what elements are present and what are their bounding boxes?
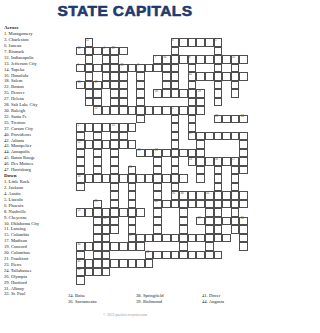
grid-cell[interactable]: [85, 98, 94, 107]
grid-cell[interactable]: [171, 234, 180, 243]
grid-cell[interactable]: [145, 259, 154, 268]
grid-cell[interactable]: [102, 225, 111, 234]
grid-cell[interactable]: [102, 106, 111, 115]
grid-cell[interactable]: [214, 200, 223, 209]
grid-cell[interactable]: [110, 166, 119, 175]
grid-cell[interactable]: 16: [153, 89, 162, 98]
grid-cell[interactable]: [179, 242, 188, 251]
grid-cell[interactable]: [179, 234, 188, 243]
grid-cell[interactable]: 45: [76, 259, 85, 268]
grid-cell[interactable]: [128, 208, 137, 217]
grid-cell[interactable]: [196, 174, 205, 183]
grid-cell[interactable]: [153, 157, 162, 166]
grid-cell[interactable]: [205, 217, 214, 226]
grid-cell[interactable]: [188, 115, 197, 124]
grid-cell[interactable]: [171, 47, 180, 56]
grid-cell[interactable]: [222, 191, 231, 200]
grid-cell[interactable]: [171, 115, 180, 124]
grid-cell[interactable]: [214, 217, 223, 226]
grid-cell[interactable]: [214, 47, 223, 56]
grid-cell[interactable]: [93, 98, 102, 107]
grid-cell[interactable]: [93, 149, 102, 158]
grid-cell[interactable]: 34: [162, 55, 171, 64]
grid-cell[interactable]: 38: [179, 191, 188, 200]
grid-cell[interactable]: [171, 251, 180, 260]
grid-cell[interactable]: [102, 268, 111, 277]
grid-cell[interactable]: 44: [76, 242, 85, 251]
grid-cell[interactable]: [153, 208, 162, 217]
grid-cell[interactable]: [93, 251, 102, 260]
grid-cell[interactable]: [239, 225, 248, 234]
grid-cell[interactable]: [214, 98, 223, 107]
grid-cell[interactable]: [76, 276, 85, 285]
grid-cell[interactable]: [239, 200, 248, 209]
grid-cell[interactable]: [162, 64, 171, 73]
grid-cell[interactable]: [93, 64, 102, 73]
grid-cell[interactable]: [85, 208, 94, 217]
grid-cell[interactable]: [214, 166, 223, 175]
grid-cell[interactable]: [153, 174, 162, 183]
grid-cell[interactable]: [136, 115, 145, 124]
grid-cell[interactable]: [93, 259, 102, 268]
grid-cell[interactable]: [171, 132, 180, 141]
grid-cell[interactable]: 8: [188, 55, 197, 64]
grid-cell[interactable]: [231, 166, 240, 175]
grid-cell[interactable]: [231, 174, 240, 183]
grid-cell[interactable]: [214, 208, 223, 217]
grid-cell[interactable]: [231, 183, 240, 192]
grid-cell[interactable]: [119, 208, 128, 217]
grid-cell[interactable]: 27: [188, 132, 197, 141]
grid-cell[interactable]: 23: [153, 149, 162, 158]
grid-cell[interactable]: [222, 157, 231, 166]
grid-cell[interactable]: [196, 251, 205, 260]
grid-cell[interactable]: [153, 64, 162, 73]
grid-cell[interactable]: [110, 98, 119, 107]
grid-cell[interactable]: [128, 217, 137, 226]
grid-cell[interactable]: [119, 89, 128, 98]
grid-cell[interactable]: [110, 191, 119, 200]
grid-cell[interactable]: [85, 47, 94, 56]
grid-cell[interactable]: [128, 106, 137, 115]
grid-cell[interactable]: [239, 140, 248, 149]
grid-cell[interactable]: [153, 183, 162, 192]
grid-cell[interactable]: [102, 251, 111, 260]
grid-cell[interactable]: [179, 200, 188, 209]
grid-cell[interactable]: [145, 64, 154, 73]
grid-cell[interactable]: [93, 234, 102, 243]
grid-cell[interactable]: [102, 259, 111, 268]
grid-cell[interactable]: [214, 191, 223, 200]
grid-cell[interactable]: [231, 217, 240, 226]
grid-cell[interactable]: [136, 174, 145, 183]
grid-cell[interactable]: [222, 132, 231, 141]
grid-cell[interactable]: [231, 89, 240, 98]
grid-cell[interactable]: [205, 208, 214, 217]
grid-cell[interactable]: [119, 132, 128, 141]
grid-cell[interactable]: 18: [76, 81, 85, 90]
grid-cell[interactable]: 9: [136, 64, 145, 73]
grid-cell[interactable]: 26: [128, 166, 137, 175]
grid-cell[interactable]: 33: [119, 64, 128, 73]
grid-cell[interactable]: [110, 200, 119, 209]
grid-cell[interactable]: [214, 251, 223, 260]
grid-cell[interactable]: [93, 123, 102, 132]
grid-cell[interactable]: [85, 81, 94, 90]
grid-cell[interactable]: 46: [76, 268, 85, 277]
grid-cell[interactable]: [179, 251, 188, 260]
grid-cell[interactable]: 21: [93, 200, 102, 209]
grid-cell[interactable]: [214, 183, 223, 192]
grid-cell[interactable]: [179, 38, 188, 47]
grid-cell[interactable]: [222, 200, 231, 209]
grid-cell[interactable]: 10: [231, 55, 240, 64]
grid-cell[interactable]: [196, 106, 205, 115]
grid-cell[interactable]: [93, 217, 102, 226]
grid-cell[interactable]: [110, 208, 119, 217]
grid-cell[interactable]: 15: [110, 123, 119, 132]
grid-cell[interactable]: [162, 89, 171, 98]
grid-cell[interactable]: [85, 174, 94, 183]
grid-cell[interactable]: [76, 183, 85, 192]
grid-cell[interactable]: [145, 106, 154, 115]
grid-cell[interactable]: [239, 149, 248, 158]
grid-cell[interactable]: [231, 132, 240, 141]
grid-cell[interactable]: [119, 106, 128, 115]
grid-cell[interactable]: [110, 157, 119, 166]
grid-cell[interactable]: [102, 174, 111, 183]
grid-cell[interactable]: [76, 157, 85, 166]
grid-cell[interactable]: [136, 234, 145, 243]
grid-cell[interactable]: [188, 81, 197, 90]
grid-cell[interactable]: [128, 191, 137, 200]
grid-cell[interactable]: [128, 225, 137, 234]
grid-cell[interactable]: 36: [214, 157, 223, 166]
grid-cell[interactable]: [214, 132, 223, 141]
grid-cell[interactable]: [196, 157, 205, 166]
grid-cell[interactable]: [214, 64, 223, 73]
grid-cell[interactable]: 19: [93, 81, 102, 90]
grid-cell[interactable]: [162, 251, 171, 260]
grid-cell[interactable]: [171, 81, 180, 90]
grid-cell[interactable]: [119, 259, 128, 268]
grid-cell[interactable]: [239, 242, 248, 251]
grid-cell[interactable]: [196, 166, 205, 175]
grid-cell[interactable]: [93, 47, 102, 56]
grid-cell[interactable]: [196, 234, 205, 243]
grid-cell[interactable]: 28: [214, 115, 223, 124]
grid-cell[interactable]: [231, 208, 240, 217]
grid-cell[interactable]: [110, 132, 119, 141]
grid-cell[interactable]: [76, 132, 85, 141]
grid-cell[interactable]: [153, 191, 162, 200]
grid-cell[interactable]: [171, 89, 180, 98]
grid-cell[interactable]: 22: [93, 106, 102, 115]
grid-cell[interactable]: [171, 123, 180, 132]
grid-cell[interactable]: [119, 81, 128, 90]
grid-cell[interactable]: [179, 106, 188, 115]
grid-cell[interactable]: [231, 81, 240, 90]
grid-cell[interactable]: 1: [76, 123, 85, 132]
grid-cell[interactable]: [205, 132, 214, 141]
grid-cell[interactable]: [153, 225, 162, 234]
grid-cell[interactable]: [128, 174, 137, 183]
grid-cell[interactable]: [119, 123, 128, 132]
grid-cell[interactable]: [196, 55, 205, 64]
grid-cell[interactable]: [196, 38, 205, 47]
grid-cell[interactable]: [162, 174, 171, 183]
grid-cell[interactable]: 25: [76, 208, 85, 217]
grid-cell[interactable]: [162, 149, 171, 158]
grid-cell[interactable]: [222, 115, 231, 124]
grid-cell[interactable]: [214, 55, 223, 64]
grid-cell[interactable]: [214, 72, 223, 81]
grid-cell[interactable]: 40: [153, 200, 162, 209]
grid-cell[interactable]: 35: [171, 191, 180, 200]
grid-cell[interactable]: [153, 234, 162, 243]
grid-cell[interactable]: [222, 217, 231, 226]
grid-cell[interactable]: [145, 149, 154, 158]
grid-cell[interactable]: [119, 174, 128, 183]
grid-cell[interactable]: [222, 234, 231, 243]
grid-cell[interactable]: [214, 234, 223, 243]
grid-cell[interactable]: [110, 81, 119, 90]
grid-cell[interactable]: [102, 123, 111, 132]
grid-cell[interactable]: [93, 242, 102, 251]
grid-cell[interactable]: 37: [196, 217, 205, 226]
grid-cell[interactable]: [136, 81, 145, 90]
grid-cell[interactable]: 24: [239, 115, 248, 124]
grid-cell[interactable]: [136, 72, 145, 81]
grid-cell[interactable]: [102, 64, 111, 73]
grid-cell[interactable]: [196, 132, 205, 141]
grid-cell[interactable]: [231, 115, 240, 124]
grid-cell[interactable]: [110, 183, 119, 192]
grid-cell[interactable]: [214, 225, 223, 234]
grid-cell[interactable]: [85, 64, 94, 73]
grid-cell[interactable]: [136, 89, 145, 98]
grid-cell[interactable]: [128, 200, 137, 209]
grid-cell[interactable]: [128, 259, 137, 268]
grid-cell[interactable]: [93, 132, 102, 141]
grid-cell[interactable]: [188, 251, 197, 260]
grid-cell[interactable]: [239, 191, 248, 200]
grid-cell[interactable]: [171, 64, 180, 73]
grid-cell[interactable]: [171, 140, 180, 149]
grid-cell[interactable]: 32: [145, 251, 154, 260]
grid-cell[interactable]: [179, 225, 188, 234]
grid-cell[interactable]: 7: [153, 55, 162, 64]
grid-cell[interactable]: 47: [128, 234, 137, 243]
grid-cell[interactable]: [171, 200, 180, 209]
grid-cell[interactable]: [222, 55, 231, 64]
grid-cell[interactable]: [196, 72, 205, 81]
grid-cell[interactable]: [214, 174, 223, 183]
grid-cell[interactable]: [188, 89, 197, 98]
grid-cell[interactable]: [239, 132, 248, 141]
grid-cell[interactable]: [93, 225, 102, 234]
grid-cell[interactable]: [222, 72, 231, 81]
grid-cell[interactable]: [162, 72, 171, 81]
grid-cell[interactable]: [136, 259, 145, 268]
grid-cell[interactable]: [196, 98, 205, 107]
grid-cell[interactable]: [205, 55, 214, 64]
grid-cell[interactable]: 11: [85, 38, 94, 47]
grid-cell[interactable]: [85, 72, 94, 81]
grid-cell[interactable]: [102, 72, 111, 81]
grid-cell[interactable]: [93, 89, 102, 98]
grid-cell[interactable]: 13: [136, 149, 145, 158]
grid-cell[interactable]: 6: [171, 38, 180, 47]
grid-cell[interactable]: [239, 157, 248, 166]
grid-cell[interactable]: [128, 140, 137, 149]
grid-cell[interactable]: [128, 242, 137, 251]
grid-cell[interactable]: [239, 234, 248, 243]
grid-cell[interactable]: [110, 106, 119, 115]
grid-cell[interactable]: [162, 200, 171, 209]
grid-cell[interactable]: [171, 157, 180, 166]
grid-cell[interactable]: [171, 166, 180, 175]
grid-cell[interactable]: 42: [188, 72, 197, 81]
grid-cell[interactable]: 31: [102, 217, 111, 226]
grid-cell[interactable]: [231, 72, 240, 81]
grid-cell[interactable]: 43: [188, 157, 197, 166]
grid-cell[interactable]: [102, 234, 111, 243]
grid-cell[interactable]: 14: [76, 47, 85, 56]
grid-cell[interactable]: [85, 55, 94, 64]
grid-cell[interactable]: [119, 72, 128, 81]
grid-cell[interactable]: 4: [102, 47, 111, 56]
grid-cell[interactable]: [119, 47, 128, 56]
grid-cell[interactable]: [93, 268, 102, 277]
grid-cell[interactable]: [110, 174, 119, 183]
grid-cell[interactable]: [119, 140, 128, 149]
grid-cell[interactable]: 39: [110, 47, 119, 56]
grid-cell[interactable]: [179, 55, 188, 64]
grid-cell[interactable]: [110, 72, 119, 81]
grid-cell[interactable]: [162, 234, 171, 243]
grid-cell[interactable]: [171, 55, 180, 64]
grid-cell[interactable]: [153, 217, 162, 226]
grid-cell[interactable]: [179, 174, 188, 183]
grid-cell[interactable]: [85, 268, 94, 277]
grid-cell[interactable]: [231, 191, 240, 200]
grid-cell[interactable]: [188, 98, 197, 107]
grid-cell[interactable]: [188, 106, 197, 115]
grid-cell[interactable]: [110, 149, 119, 158]
grid-cell[interactable]: [188, 38, 197, 47]
grid-cell[interactable]: [153, 166, 162, 175]
grid-cell[interactable]: 2: [171, 106, 180, 115]
grid-cell[interactable]: [85, 89, 94, 98]
grid-cell[interactable]: [214, 81, 223, 90]
grid-cell[interactable]: [110, 64, 119, 73]
grid-cell[interactable]: [110, 217, 119, 226]
grid-cell[interactable]: [196, 149, 205, 158]
grid-cell[interactable]: 5: [214, 38, 223, 47]
grid-cell[interactable]: [145, 174, 154, 183]
grid-cell[interactable]: [110, 89, 119, 98]
grid-cell[interactable]: [93, 157, 102, 166]
grid-cell[interactable]: [214, 89, 223, 98]
grid-cell[interactable]: 20: [239, 217, 248, 226]
grid-cell[interactable]: [205, 157, 214, 166]
grid-cell[interactable]: [196, 140, 205, 149]
grid-cell[interactable]: [179, 208, 188, 217]
grid-cell[interactable]: [119, 98, 128, 107]
grid-cell[interactable]: [136, 242, 145, 251]
grid-cell[interactable]: [76, 251, 85, 260]
grid-cell[interactable]: [162, 106, 171, 115]
grid-cell[interactable]: [196, 191, 205, 200]
grid-cell[interactable]: [205, 38, 214, 47]
grid-cell[interactable]: [128, 123, 137, 132]
grid-cell[interactable]: [110, 225, 119, 234]
grid-cell[interactable]: 29: [196, 89, 205, 98]
grid-cell[interactable]: 17: [231, 157, 240, 166]
grid-cell[interactable]: [145, 234, 154, 243]
grid-cell[interactable]: [239, 72, 248, 81]
grid-cell[interactable]: [231, 200, 240, 209]
grid-cell[interactable]: [136, 106, 145, 115]
grid-cell[interactable]: [205, 251, 214, 260]
grid-cell[interactable]: [136, 98, 145, 107]
grid-cell[interactable]: [102, 81, 111, 90]
grid-cell[interactable]: [231, 225, 240, 234]
grid-cell[interactable]: [188, 64, 197, 73]
grid-cell[interactable]: [110, 242, 119, 251]
grid-cell[interactable]: [179, 89, 188, 98]
grid-cell[interactable]: [179, 217, 188, 226]
grid-cell[interactable]: [153, 251, 162, 260]
grid-cell[interactable]: [153, 106, 162, 115]
grid-cell[interactable]: 12: [76, 140, 85, 149]
grid-cell[interactable]: [76, 166, 85, 175]
grid-cell[interactable]: [110, 140, 119, 149]
grid-cell[interactable]: [85, 242, 94, 251]
grid-cell[interactable]: 30: [76, 174, 85, 183]
grid-cell[interactable]: [171, 149, 180, 158]
grid-cell[interactable]: [188, 191, 197, 200]
grid-cell[interactable]: [85, 140, 94, 149]
grid-cell[interactable]: [205, 234, 214, 243]
grid-cell[interactable]: [171, 183, 180, 192]
grid-cell[interactable]: [205, 72, 214, 81]
grid-cell[interactable]: [188, 234, 197, 243]
grid-cell[interactable]: [231, 64, 240, 73]
grid-cell[interactable]: [188, 200, 197, 209]
grid-cell[interactable]: [102, 242, 111, 251]
grid-cell[interactable]: [239, 166, 248, 175]
grid-cell[interactable]: [171, 72, 180, 81]
grid-cell[interactable]: [93, 208, 102, 217]
grid-cell[interactable]: [85, 259, 94, 268]
grid-cell[interactable]: [188, 149, 197, 158]
grid-cell[interactable]: [93, 174, 102, 183]
grid-cell[interactable]: [110, 259, 119, 268]
grid-cell[interactable]: [162, 81, 171, 90]
grid-cell[interactable]: [205, 200, 214, 209]
grid-cell[interactable]: 41: [205, 191, 214, 200]
grid-cell[interactable]: [93, 166, 102, 175]
grid-cell[interactable]: [188, 123, 197, 132]
grid-cell[interactable]: [128, 183, 137, 192]
grid-cell[interactable]: [93, 140, 102, 149]
grid-cell[interactable]: [102, 208, 111, 217]
grid-cell[interactable]: 3: [76, 64, 85, 73]
grid-cell[interactable]: [102, 55, 111, 64]
grid-cell[interactable]: [171, 174, 180, 183]
